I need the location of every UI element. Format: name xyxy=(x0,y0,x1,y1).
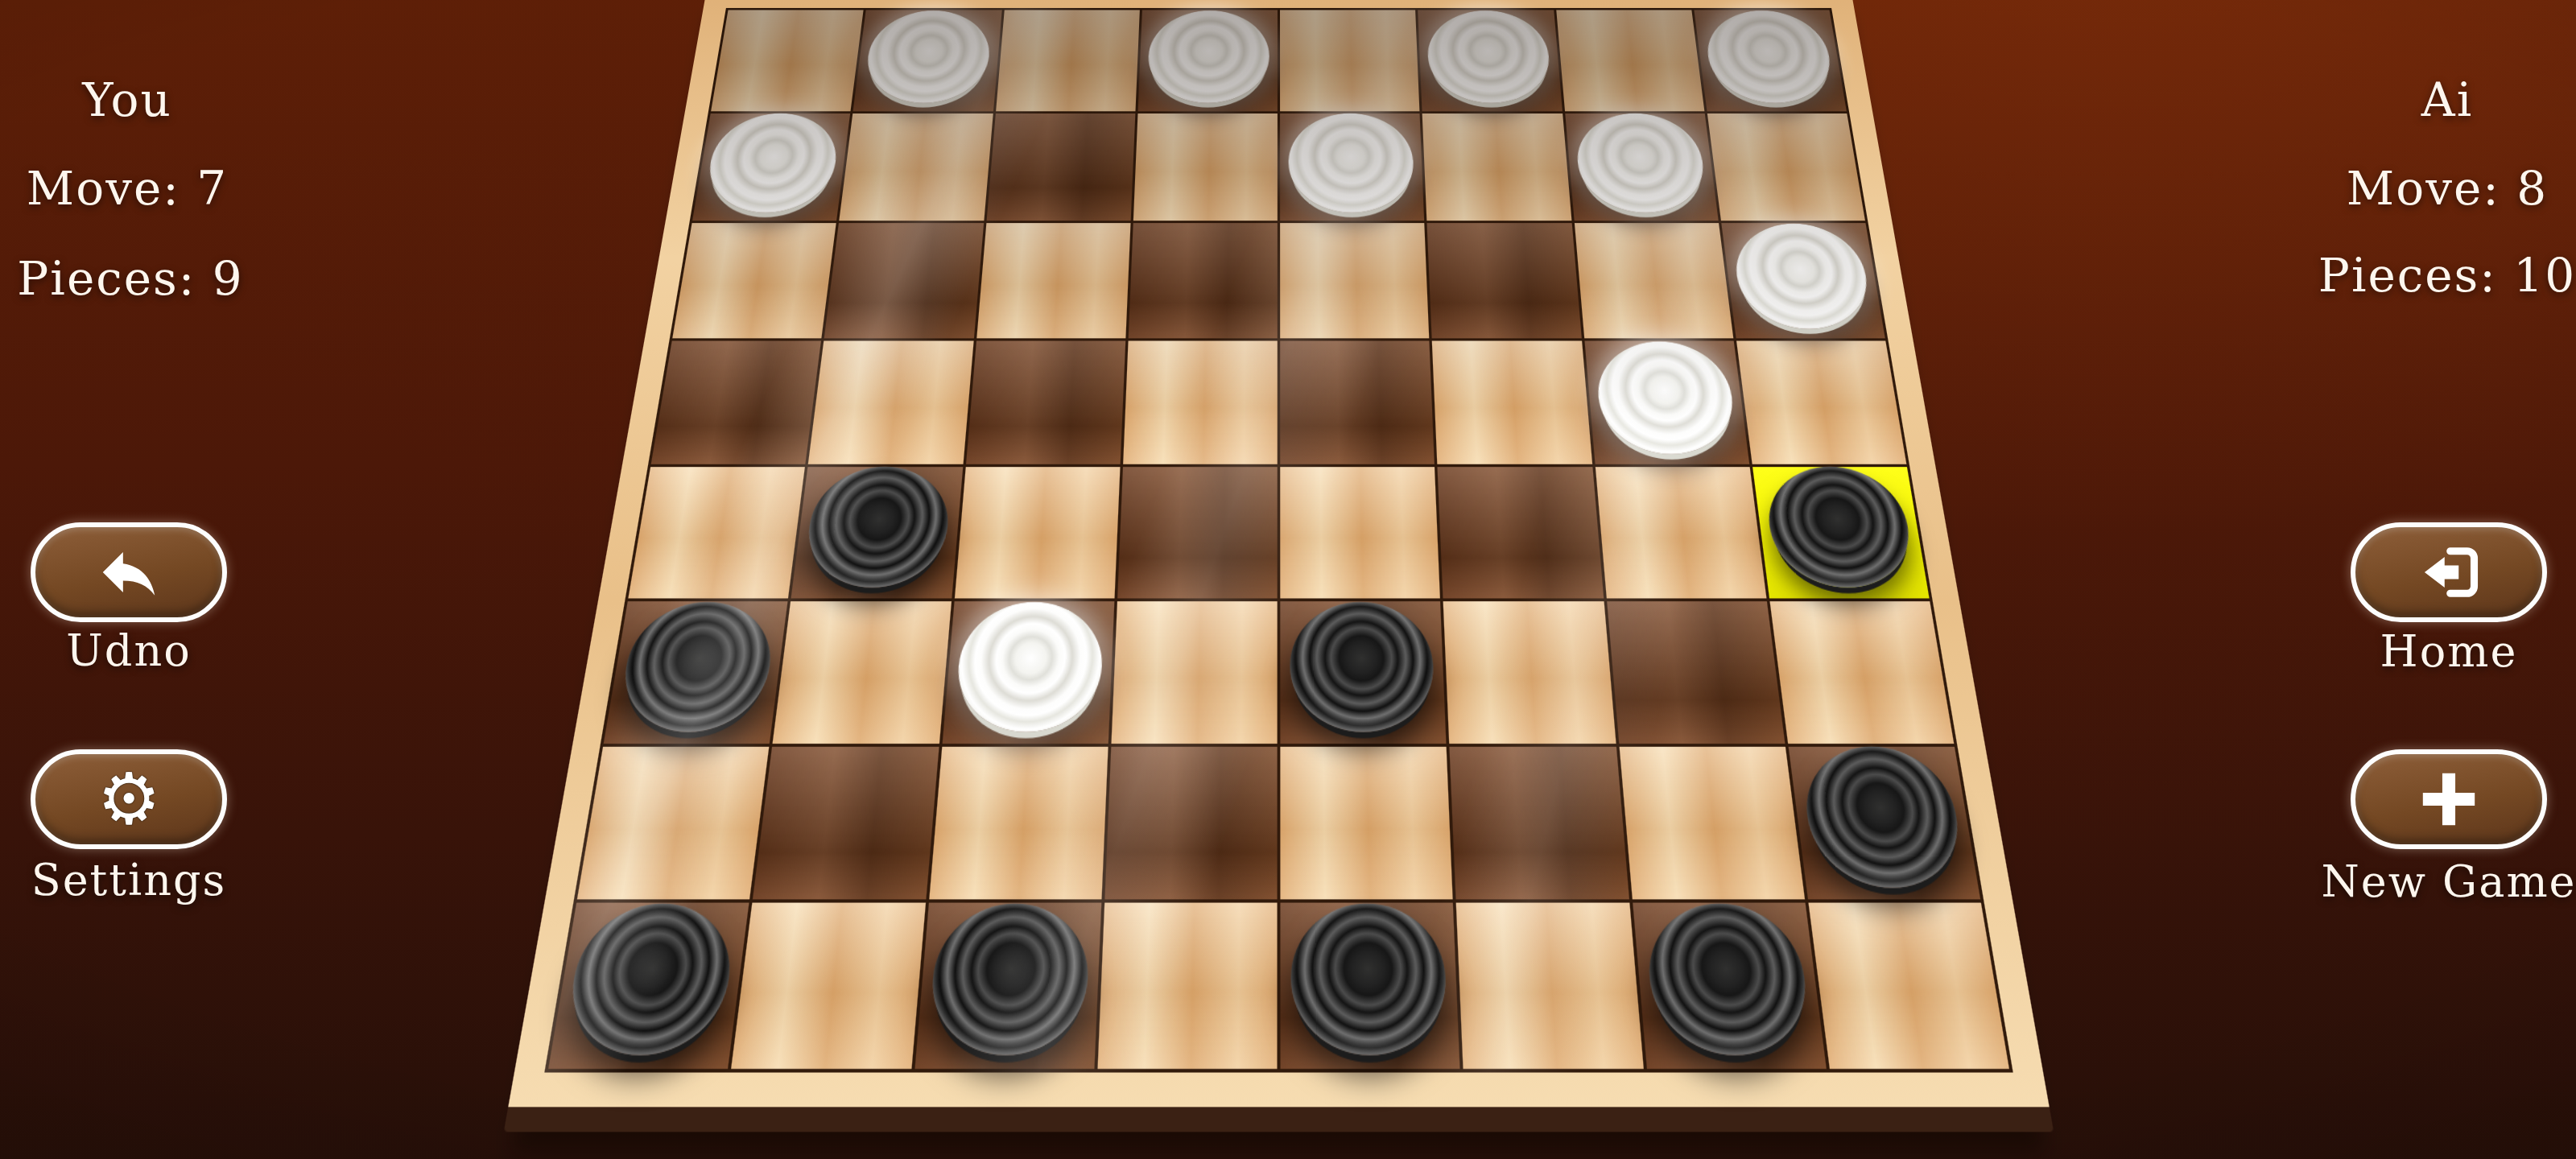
undo-arrow-icon xyxy=(94,538,163,607)
square-e6[interactable] xyxy=(1280,601,1447,743)
settings-button-label: Settings xyxy=(31,855,227,905)
square-h7[interactable] xyxy=(1788,747,1980,900)
square-g3 xyxy=(1574,223,1733,338)
square-h1[interactable] xyxy=(1694,10,1847,110)
square-g1 xyxy=(1556,10,1704,110)
square-h3[interactable] xyxy=(1721,223,1885,338)
square-d1[interactable] xyxy=(1137,10,1278,110)
new-game-button-label: New Game xyxy=(2321,856,2576,907)
square-e1 xyxy=(1280,10,1420,110)
square-f5[interactable] xyxy=(1438,467,1604,599)
white-piece-a2[interactable] xyxy=(703,113,842,212)
black-piece-a8[interactable] xyxy=(561,904,739,1056)
square-c6[interactable] xyxy=(942,601,1114,743)
square-b4 xyxy=(808,340,973,464)
square-c3 xyxy=(976,223,1131,338)
white-piece-b1[interactable] xyxy=(863,10,994,103)
square-c8[interactable] xyxy=(914,903,1101,1069)
square-f7[interactable] xyxy=(1450,747,1629,900)
square-e8[interactable] xyxy=(1280,903,1459,1069)
square-h5[interactable] xyxy=(1752,467,1930,599)
white-piece-g2[interactable] xyxy=(1573,113,1708,212)
square-a2[interactable] xyxy=(692,113,850,221)
white-piece-h3[interactable] xyxy=(1730,224,1875,329)
square-d5[interactable] xyxy=(1117,467,1278,599)
square-f2 xyxy=(1422,113,1571,221)
square-a4[interactable] xyxy=(651,340,821,464)
black-piece-c8[interactable] xyxy=(927,904,1092,1056)
undo-button[interactable] xyxy=(31,522,227,622)
game-screen: { "game": "checkers", "players": { "you"… xyxy=(0,0,2576,1159)
settings-button[interactable]: ⚙ xyxy=(31,749,227,849)
white-piece-g4[interactable] xyxy=(1593,341,1739,454)
square-e4[interactable] xyxy=(1280,340,1435,464)
player-you-name: You xyxy=(82,72,172,127)
gear-icon: ⚙ xyxy=(97,764,161,835)
square-a3 xyxy=(672,223,836,338)
square-a8[interactable] xyxy=(548,903,749,1069)
black-piece-h7[interactable] xyxy=(1798,747,1968,888)
white-piece-d1[interactable] xyxy=(1146,10,1269,103)
square-b2 xyxy=(840,113,993,221)
black-piece-e8[interactable] xyxy=(1290,904,1448,1056)
home-button[interactable] xyxy=(2351,522,2547,622)
square-f8 xyxy=(1456,903,1643,1069)
square-d4 xyxy=(1123,340,1278,464)
square-g8[interactable] xyxy=(1633,903,1827,1069)
square-c2[interactable] xyxy=(986,113,1135,221)
square-g6[interactable] xyxy=(1607,601,1785,743)
white-piece-c6[interactable] xyxy=(953,602,1105,732)
player-you-move: Move: 7 xyxy=(27,161,228,216)
square-f3[interactable] xyxy=(1427,223,1582,338)
player-ai-pieces: Pieces: 10 xyxy=(2318,248,2576,303)
black-piece-g8[interactable] xyxy=(1643,904,1814,1056)
square-h2 xyxy=(1707,113,1865,221)
square-d2 xyxy=(1133,113,1278,221)
square-c4[interactable] xyxy=(965,340,1125,464)
square-b7[interactable] xyxy=(753,747,939,900)
undo-button-label: Udno xyxy=(66,625,191,676)
square-b6 xyxy=(773,601,952,743)
exit-home-icon xyxy=(2415,538,2483,606)
square-h8 xyxy=(1808,903,2009,1069)
square-h4 xyxy=(1736,340,1906,464)
square-d3[interactable] xyxy=(1128,223,1277,338)
square-b5[interactable] xyxy=(791,467,963,599)
black-piece-b5[interactable] xyxy=(802,467,953,588)
square-a5 xyxy=(628,467,805,599)
square-g7 xyxy=(1619,747,1805,900)
plus-icon xyxy=(2412,762,2486,836)
square-a1 xyxy=(711,10,864,110)
square-c1 xyxy=(996,10,1140,110)
white-piece-h1[interactable] xyxy=(1702,10,1836,103)
square-a6[interactable] xyxy=(604,601,788,743)
square-f4 xyxy=(1432,340,1591,464)
square-e5 xyxy=(1280,467,1440,599)
square-c5 xyxy=(954,467,1120,599)
black-piece-e6[interactable] xyxy=(1290,602,1436,732)
square-g2[interactable] xyxy=(1565,113,1719,221)
player-you-pieces: Pieces: 9 xyxy=(17,251,243,306)
checkers-board xyxy=(504,0,2054,1132)
white-piece-f1[interactable] xyxy=(1426,10,1554,103)
square-d7[interactable] xyxy=(1104,747,1278,900)
square-f1[interactable] xyxy=(1418,10,1562,110)
black-piece-h5[interactable] xyxy=(1761,467,1918,588)
player-ai-move: Move: 8 xyxy=(2347,161,2548,216)
square-a7 xyxy=(577,747,770,900)
square-b1[interactable] xyxy=(853,10,1001,110)
square-e7 xyxy=(1280,747,1453,900)
square-g5 xyxy=(1595,467,1766,599)
new-game-button[interactable] xyxy=(2351,749,2547,849)
player-ai-name: Ai xyxy=(2421,72,2473,127)
square-d8 xyxy=(1097,903,1277,1069)
square-b8 xyxy=(731,903,925,1069)
square-e3 xyxy=(1280,223,1429,338)
home-button-label: Home xyxy=(2380,626,2518,677)
square-d6 xyxy=(1111,601,1278,743)
square-h6 xyxy=(1769,601,1954,743)
square-f6 xyxy=(1443,601,1616,743)
square-g4[interactable] xyxy=(1584,340,1749,464)
board-grid xyxy=(544,8,2013,1073)
square-e2[interactable] xyxy=(1280,113,1424,221)
black-piece-a6[interactable] xyxy=(615,602,778,732)
square-b3[interactable] xyxy=(824,223,984,338)
square-c7 xyxy=(929,747,1108,900)
white-piece-e2[interactable] xyxy=(1288,113,1415,212)
board-frame xyxy=(504,0,2054,1132)
